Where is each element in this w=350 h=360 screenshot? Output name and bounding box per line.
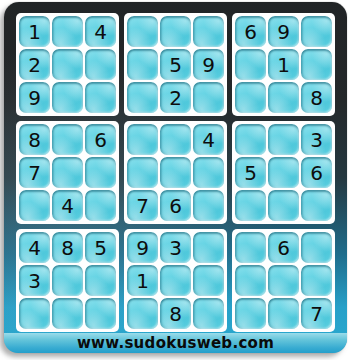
block-1: 1429 [16, 13, 119, 116]
cell-r7c3[interactable]: 5 [85, 232, 116, 263]
cell-r1c4[interactable] [127, 16, 158, 47]
board-frame: 1429592691886744763564853931867 www.sudo… [4, 2, 347, 353]
cell-r5c6[interactable] [193, 157, 224, 188]
cell-r9c9[interactable]: 7 [301, 298, 332, 329]
cell-r5c5[interactable] [160, 157, 191, 188]
block-7: 4853 [16, 229, 119, 332]
cell-r5c4[interactable] [127, 157, 158, 188]
cell-r9c1[interactable] [19, 298, 50, 329]
cell-r6c4[interactable]: 7 [127, 190, 158, 221]
cell-r5c3[interactable] [85, 157, 116, 188]
cell-r1c3[interactable]: 4 [85, 16, 116, 47]
cell-r7c1[interactable]: 4 [19, 232, 50, 263]
cell-r4c9[interactable]: 3 [301, 124, 332, 155]
cell-r2c1[interactable]: 2 [19, 49, 50, 80]
cell-r2c2[interactable] [52, 49, 83, 80]
cell-r1c8[interactable]: 9 [268, 16, 299, 47]
cell-r6c9[interactable] [301, 190, 332, 221]
footer-band: www.sudokusweb.com [4, 333, 347, 353]
block-2: 592 [124, 13, 227, 116]
cell-r9c3[interactable] [85, 298, 116, 329]
site-url[interactable]: www.sudokusweb.com [77, 334, 274, 352]
cell-r8c8[interactable] [268, 265, 299, 296]
cell-r3c2[interactable] [52, 82, 83, 113]
cell-r4c1[interactable]: 8 [19, 124, 50, 155]
cell-r1c2[interactable] [52, 16, 83, 47]
cell-r4c7[interactable] [235, 124, 266, 155]
cell-r5c1[interactable]: 7 [19, 157, 50, 188]
cell-r8c6[interactable] [193, 265, 224, 296]
cell-r3c7[interactable] [235, 82, 266, 113]
cell-r1c9[interactable] [301, 16, 332, 47]
cell-r5c2[interactable] [52, 157, 83, 188]
cell-r1c1[interactable]: 1 [19, 16, 50, 47]
cell-r7c6[interactable] [193, 232, 224, 263]
cell-r5c8[interactable] [268, 157, 299, 188]
cell-r2c9[interactable] [301, 49, 332, 80]
cell-r7c4[interactable]: 9 [127, 232, 158, 263]
cell-r3c1[interactable]: 9 [19, 82, 50, 113]
cell-r2c7[interactable] [235, 49, 266, 80]
cell-r6c8[interactable] [268, 190, 299, 221]
cell-r6c7[interactable] [235, 190, 266, 221]
cell-r1c5[interactable] [160, 16, 191, 47]
cell-r3c3[interactable] [85, 82, 116, 113]
cell-r7c8[interactable]: 6 [268, 232, 299, 263]
cell-r9c8[interactable] [268, 298, 299, 329]
block-4: 8674 [16, 121, 119, 224]
cell-r8c1[interactable]: 3 [19, 265, 50, 296]
cell-r3c8[interactable] [268, 82, 299, 113]
sudoku-page: 1429592691886744763564853931867 www.sudo… [0, 0, 350, 360]
cell-r6c6[interactable] [193, 190, 224, 221]
cell-r8c7[interactable] [235, 265, 266, 296]
cell-r8c4[interactable]: 1 [127, 265, 158, 296]
cell-r4c6[interactable]: 4 [193, 124, 224, 155]
cell-r9c7[interactable] [235, 298, 266, 329]
block-5: 476 [124, 121, 227, 224]
cell-r3c9[interactable]: 8 [301, 82, 332, 113]
cell-r6c5[interactable]: 6 [160, 190, 191, 221]
cell-r9c6[interactable] [193, 298, 224, 329]
cell-r8c5[interactable] [160, 265, 191, 296]
cell-r4c8[interactable] [268, 124, 299, 155]
cell-r3c5[interactable]: 2 [160, 82, 191, 113]
cell-r1c6[interactable] [193, 16, 224, 47]
block-8: 9318 [124, 229, 227, 332]
cell-r2c5[interactable]: 5 [160, 49, 191, 80]
cell-r8c3[interactable] [85, 265, 116, 296]
cell-r9c5[interactable]: 8 [160, 298, 191, 329]
block-6: 356 [232, 121, 335, 224]
cell-r4c4[interactable] [127, 124, 158, 155]
cell-r5c9[interactable]: 6 [301, 157, 332, 188]
cell-r7c7[interactable] [235, 232, 266, 263]
cell-r1c7[interactable]: 6 [235, 16, 266, 47]
sudoku-grid: 1429592691886744763564853931867 [16, 13, 335, 332]
cell-r7c5[interactable]: 3 [160, 232, 191, 263]
cell-r6c3[interactable] [85, 190, 116, 221]
cell-r7c9[interactable] [301, 232, 332, 263]
cell-r6c1[interactable] [19, 190, 50, 221]
cell-r4c3[interactable]: 6 [85, 124, 116, 155]
cell-r2c8[interactable]: 1 [268, 49, 299, 80]
cell-r8c9[interactable] [301, 265, 332, 296]
cell-r2c3[interactable] [85, 49, 116, 80]
cell-r5c7[interactable]: 5 [235, 157, 266, 188]
cell-r3c4[interactable] [127, 82, 158, 113]
cell-r2c6[interactable]: 9 [193, 49, 224, 80]
cell-r4c2[interactable] [52, 124, 83, 155]
cell-r3c6[interactable] [193, 82, 224, 113]
cell-r7c2[interactable]: 8 [52, 232, 83, 263]
cell-r8c2[interactable] [52, 265, 83, 296]
cell-r4c5[interactable] [160, 124, 191, 155]
cell-r9c2[interactable] [52, 298, 83, 329]
cell-r9c4[interactable] [127, 298, 158, 329]
block-9: 67 [232, 229, 335, 332]
cell-r2c4[interactable] [127, 49, 158, 80]
block-3: 6918 [232, 13, 335, 116]
cell-r6c2[interactable]: 4 [52, 190, 83, 221]
